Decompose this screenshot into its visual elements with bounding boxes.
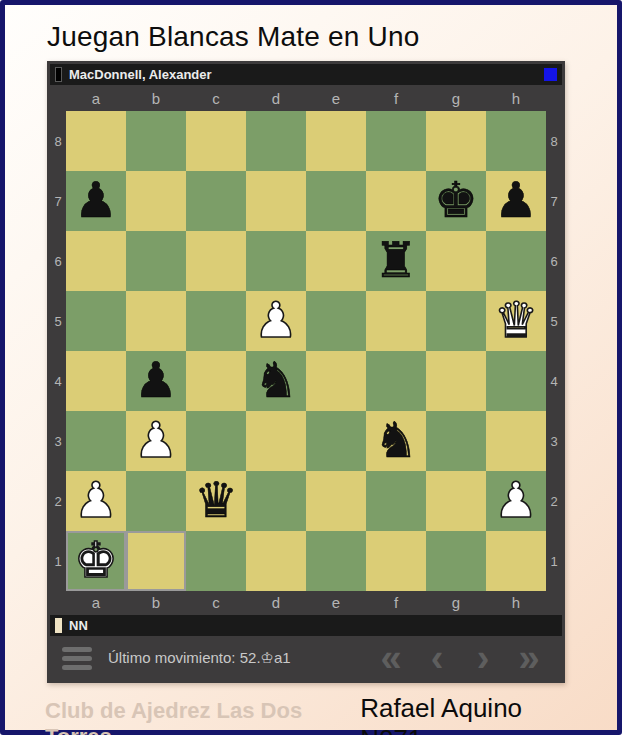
square-b4[interactable]: ♟ <box>126 351 186 411</box>
file-label-c-bottom: c <box>186 591 246 614</box>
square-e3[interactable] <box>306 411 366 471</box>
square-b5[interactable] <box>126 291 186 351</box>
board-corner <box>546 86 562 111</box>
square-g8[interactable] <box>426 111 486 171</box>
file-label-d-top: d <box>246 86 306 111</box>
square-c2[interactable]: ♛ <box>186 471 246 531</box>
square-f5[interactable] <box>366 291 426 351</box>
square-b3[interactable]: ♟ <box>126 411 186 471</box>
square-h6[interactable] <box>486 231 546 291</box>
square-e1[interactable] <box>306 531 366 591</box>
square-f2[interactable] <box>366 471 426 531</box>
square-a8[interactable] <box>66 111 126 171</box>
file-label-f-bottom: f <box>366 591 426 614</box>
file-label-a-bottom: a <box>66 591 126 614</box>
rank-label-2-left: 2 <box>50 471 66 531</box>
board-corner <box>50 591 66 614</box>
piece-white-pawn[interactable]: ♟ <box>494 472 538 530</box>
square-c8[interactable] <box>186 111 246 171</box>
rank-label-1-right: 1 <box>546 531 562 591</box>
square-e7[interactable] <box>306 171 366 231</box>
square-a6[interactable] <box>66 231 126 291</box>
square-g5[interactable] <box>426 291 486 351</box>
piece-black-king[interactable]: ♚ <box>434 172 478 230</box>
rank-label-5-right: 5 <box>546 291 562 351</box>
file-label-a-top: a <box>66 86 126 111</box>
square-b7[interactable] <box>126 171 186 231</box>
move-navigation: « ‹ › » <box>374 639 546 677</box>
square-c3[interactable] <box>186 411 246 471</box>
square-g6[interactable] <box>426 231 486 291</box>
rank-label-1-left: 1 <box>50 531 66 591</box>
page-title: Juegan Blancas Mate en Uno <box>5 5 617 61</box>
file-label-f-top: f <box>366 86 426 111</box>
rank-label-6-right: 6 <box>546 231 562 291</box>
square-h8[interactable] <box>486 111 546 171</box>
file-label-d-bottom: d <box>246 591 306 614</box>
rank-label-4-right: 4 <box>546 351 562 411</box>
rank-label-3-left: 3 <box>50 411 66 471</box>
square-c1[interactable] <box>186 531 246 591</box>
square-f1[interactable] <box>366 531 426 591</box>
file-label-b-top: b <box>126 86 186 111</box>
square-d6[interactable] <box>246 231 306 291</box>
square-g7[interactable]: ♚ <box>426 171 486 231</box>
nav-first-button[interactable]: « <box>374 639 408 677</box>
rank-label-4-left: 4 <box>50 351 66 411</box>
piece-black-rook[interactable]: ♜ <box>374 232 418 290</box>
square-d7[interactable] <box>246 171 306 231</box>
square-g4[interactable] <box>426 351 486 411</box>
square-h7[interactable]: ♟ <box>486 171 546 231</box>
piece-black-knight[interactable]: ♞ <box>374 412 418 470</box>
square-b2[interactable] <box>126 471 186 531</box>
white-player-name: NN <box>69 618 557 633</box>
piece-white-pawn[interactable]: ♟ <box>74 472 118 530</box>
square-a2[interactable]: ♟ <box>66 471 126 531</box>
club-watermark: Club de Ajedrez Las Dos Torres <box>45 698 360 735</box>
piece-white-pawn[interactable]: ♟ <box>134 412 178 470</box>
rank-label-7-right: 7 <box>546 171 562 231</box>
piece-white-pawn[interactable]: ♟ <box>254 292 298 350</box>
piece-white-king[interactable]: ♚ <box>74 532 118 590</box>
square-e5[interactable] <box>306 291 366 351</box>
square-c7[interactable] <box>186 171 246 231</box>
nav-last-button[interactable]: » <box>512 639 546 677</box>
piece-black-pawn[interactable]: ♟ <box>74 172 118 230</box>
square-a7[interactable]: ♟ <box>66 171 126 231</box>
chess-app-window: MacDonnell, Alexander abcdefgh887♟♚♟76♜6… <box>47 61 565 683</box>
rank-label-5-left: 5 <box>50 291 66 351</box>
square-f8[interactable] <box>366 111 426 171</box>
square-d4[interactable]: ♞ <box>246 351 306 411</box>
square-e2[interactable] <box>306 471 366 531</box>
square-f4[interactable] <box>366 351 426 411</box>
square-f6[interactable]: ♜ <box>366 231 426 291</box>
rank-label-7-left: 7 <box>50 171 66 231</box>
square-h2[interactable]: ♟ <box>486 471 546 531</box>
square-f3[interactable]: ♞ <box>366 411 426 471</box>
file-label-c-top: c <box>186 86 246 111</box>
square-d5[interactable]: ♟ <box>246 291 306 351</box>
square-a1[interactable]: ♚ <box>66 531 126 591</box>
piece-black-pawn[interactable]: ♟ <box>134 352 178 410</box>
rank-label-3-right: 3 <box>546 411 562 471</box>
white-player-bar: NN <box>50 615 562 636</box>
square-b1[interactable] <box>126 531 186 591</box>
square-g2[interactable] <box>426 471 486 531</box>
status-bar: Último movimiento: 52.♔a1 « ‹ › » <box>50 636 562 680</box>
rank-label-2-right: 2 <box>546 471 562 531</box>
author-label: Rafael Aquino N071 <box>360 693 581 735</box>
rank-label-6-left: 6 <box>50 231 66 291</box>
square-c4[interactable] <box>186 351 246 411</box>
page: Juegan Blancas Mate en Uno MacDonnell, A… <box>0 0 622 735</box>
menu-icon[interactable] <box>62 647 92 670</box>
square-h5[interactable]: ♛ <box>486 291 546 351</box>
square-c5[interactable] <box>186 291 246 351</box>
square-e8[interactable] <box>306 111 366 171</box>
square-h4[interactable] <box>486 351 546 411</box>
nav-prev-button[interactable]: ‹ <box>420 639 454 677</box>
square-c6[interactable] <box>186 231 246 291</box>
square-b6[interactable] <box>126 231 186 291</box>
square-d1[interactable] <box>246 531 306 591</box>
square-h1[interactable] <box>486 531 546 591</box>
square-a3[interactable] <box>66 411 126 471</box>
board-corner <box>50 86 66 111</box>
square-e6[interactable] <box>306 231 366 291</box>
square-g3[interactable] <box>426 411 486 471</box>
chess-board: abcdefgh887♟♚♟76♜65♟♛54♟♞43♟♞32♟♛♟21♚1ab… <box>50 86 562 614</box>
rank-label-8-right: 8 <box>546 111 562 171</box>
black-player-bar: MacDonnell, Alexander <box>50 64 562 85</box>
file-label-e-bottom: e <box>306 591 366 614</box>
engine-status-square <box>544 68 557 81</box>
rank-label-8-left: 8 <box>50 111 66 171</box>
file-label-g-bottom: g <box>426 591 486 614</box>
square-d8[interactable] <box>246 111 306 171</box>
square-h3[interactable] <box>486 411 546 471</box>
board-corner <box>546 591 562 614</box>
square-a5[interactable] <box>66 291 126 351</box>
square-e4[interactable] <box>306 351 366 411</box>
square-d3[interactable] <box>246 411 306 471</box>
square-g1[interactable] <box>426 531 486 591</box>
black-color-indicator <box>55 67 62 82</box>
file-label-g-top: g <box>426 86 486 111</box>
white-color-indicator <box>55 618 62 633</box>
black-player-name: MacDonnell, Alexander <box>69 67 544 82</box>
square-b8[interactable] <box>126 111 186 171</box>
piece-black-pawn[interactable]: ♟ <box>494 172 538 230</box>
footer: Club de Ajedrez Las Dos Torres Rafael Aq… <box>5 683 617 735</box>
piece-white-queen[interactable]: ♛ <box>494 292 538 350</box>
nav-next-button[interactable]: › <box>466 639 500 677</box>
square-f7[interactable] <box>366 171 426 231</box>
piece-black-queen[interactable]: ♛ <box>194 472 238 530</box>
file-label-h-bottom: h <box>486 591 546 614</box>
file-label-h-top: h <box>486 86 546 111</box>
square-a4[interactable] <box>66 351 126 411</box>
file-label-b-bottom: b <box>126 591 186 614</box>
square-d2[interactable] <box>246 471 306 531</box>
last-move-text: Último movimiento: 52.♔a1 <box>108 649 374 667</box>
piece-black-knight[interactable]: ♞ <box>254 352 298 410</box>
file-label-e-top: e <box>306 86 366 111</box>
